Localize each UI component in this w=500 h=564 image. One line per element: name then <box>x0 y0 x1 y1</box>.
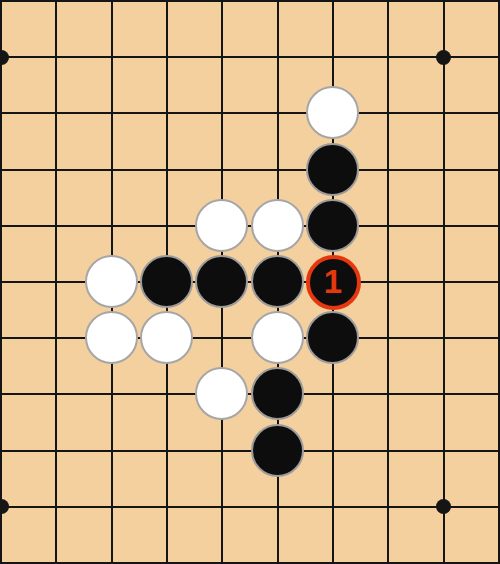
stone-black-marked-1: 1 <box>306 255 361 310</box>
stone-black <box>251 255 304 308</box>
board-cell <box>166 450 221 506</box>
stone-white <box>85 255 138 308</box>
board-cell <box>277 506 332 562</box>
board-cell <box>443 393 498 449</box>
board-cell <box>443 506 498 562</box>
board-cell <box>55 450 110 506</box>
board-cell <box>55 112 110 168</box>
board-cell <box>443 225 498 281</box>
board-cell <box>166 506 221 562</box>
stone-white <box>251 199 304 252</box>
board-grid-lines <box>0 0 500 564</box>
stone-black <box>195 255 248 308</box>
board-cell <box>332 393 387 449</box>
board-cell <box>387 337 442 393</box>
board-cell <box>443 169 498 225</box>
board-cell <box>111 450 166 506</box>
board-cell <box>0 393 55 449</box>
board-cell <box>0 506 55 562</box>
board-cell <box>332 0 387 56</box>
board-cell <box>332 506 387 562</box>
board-cell <box>0 337 55 393</box>
board-cell <box>443 450 498 506</box>
stone-black <box>306 311 359 364</box>
stone-white <box>251 311 304 364</box>
board-cell <box>443 56 498 112</box>
board-cell <box>166 112 221 168</box>
board-cell <box>221 0 276 56</box>
board-cell <box>0 112 55 168</box>
stone-black <box>140 255 193 308</box>
board-cell <box>111 506 166 562</box>
board-cell <box>55 393 110 449</box>
board-cell <box>111 0 166 56</box>
board-cell <box>111 169 166 225</box>
go-board[interactable]: 1 <box>0 0 500 564</box>
board-cell <box>55 56 110 112</box>
board-cell <box>166 56 221 112</box>
stone-black <box>251 367 304 420</box>
stone-black <box>251 424 304 477</box>
board-cell <box>111 56 166 112</box>
board-cell <box>387 393 442 449</box>
board-cell <box>387 169 442 225</box>
star-point <box>436 50 451 65</box>
board-cell <box>111 393 166 449</box>
board-cell <box>55 169 110 225</box>
board-cell <box>387 56 442 112</box>
board-cell <box>0 169 55 225</box>
board-cell <box>443 112 498 168</box>
stone-black <box>306 143 359 196</box>
board-cell <box>387 112 442 168</box>
board-cell <box>387 281 442 337</box>
board-cell <box>387 0 442 56</box>
board-cell <box>0 56 55 112</box>
board-cell <box>387 450 442 506</box>
board-cell <box>443 0 498 56</box>
board-cell <box>0 281 55 337</box>
board-cell <box>0 0 55 56</box>
board-cell <box>0 450 55 506</box>
move-number-label: 1 <box>324 265 342 298</box>
stone-white <box>140 311 193 364</box>
board-cell <box>443 281 498 337</box>
board-cell <box>332 450 387 506</box>
board-cell <box>111 112 166 168</box>
stone-white <box>85 311 138 364</box>
board-cell <box>55 0 110 56</box>
board-cell <box>221 506 276 562</box>
board-cell <box>221 56 276 112</box>
board-cell <box>443 337 498 393</box>
board-cell <box>277 0 332 56</box>
board-cell <box>0 225 55 281</box>
board-cell <box>387 506 442 562</box>
board-cell <box>387 225 442 281</box>
stone-black <box>306 199 359 252</box>
stone-white <box>195 199 248 252</box>
board-cell <box>55 506 110 562</box>
board-cell <box>221 112 276 168</box>
board-cell <box>166 0 221 56</box>
